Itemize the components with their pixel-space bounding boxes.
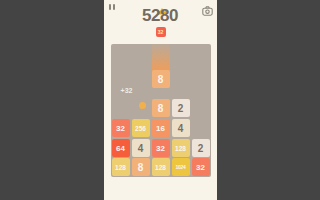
tile-128: 128: [152, 158, 170, 176]
tile-128: 128: [172, 139, 190, 157]
score-value: 5280: [104, 6, 217, 26]
tile-4: 4: [172, 119, 190, 137]
tile-4: 4: [132, 139, 150, 157]
tile-32: 32: [152, 139, 170, 157]
tile-32: 32: [192, 158, 210, 176]
tile-2: 2: [192, 139, 210, 157]
tile-64: 64: [112, 139, 130, 157]
tile-8: 8: [152, 70, 170, 88]
tile-8: 8: [132, 158, 150, 176]
tile-256: 256: [132, 119, 150, 137]
tile-16: 16: [152, 119, 170, 137]
score-badge: 32: [156, 27, 166, 37]
floating-score: +32: [115, 87, 139, 94]
camera-icon: [202, 2, 213, 19]
tile-2: 2: [172, 99, 190, 117]
game-screen: 5280 32 +32 8232256164644321282128812810…: [104, 0, 217, 200]
shot-trail: [152, 44, 170, 72]
tile-32: 32: [112, 119, 130, 137]
tile-1024: 1024: [172, 158, 190, 176]
merge-spark: [139, 102, 146, 109]
tile-8: 8: [152, 99, 170, 117]
record-button[interactable]: [202, 2, 213, 12]
tile-128: 128: [112, 158, 130, 176]
game-board[interactable]: +32 823225616464432128212881281024328: [111, 44, 211, 177]
